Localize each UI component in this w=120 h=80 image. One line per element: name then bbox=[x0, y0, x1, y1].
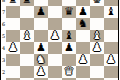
piece-white-pawn[interactable]: ♟ bbox=[8, 42, 18, 54]
square-a6[interactable] bbox=[6, 18, 20, 30]
piece-white-queen[interactable]: ♛ bbox=[64, 66, 74, 78]
square-a7[interactable] bbox=[6, 6, 20, 18]
square-g3[interactable] bbox=[90, 54, 104, 66]
square-h1[interactable] bbox=[104, 78, 118, 80]
square-b1[interactable] bbox=[20, 78, 34, 80]
piece-white-bishop[interactable]: ♝ bbox=[22, 30, 32, 42]
piece-white-pawn[interactable]: ♟ bbox=[106, 54, 116, 66]
piece-black-pawn[interactable]: ♟ bbox=[36, 6, 46, 18]
square-f2[interactable] bbox=[76, 66, 90, 78]
square-a1[interactable] bbox=[6, 78, 20, 80]
square-d1[interactable] bbox=[48, 78, 62, 80]
piece-black-pawn[interactable]: ♟ bbox=[64, 42, 74, 54]
piece-white-pawn[interactable]: ♟ bbox=[78, 54, 88, 66]
square-c7[interactable]: ♟ bbox=[34, 6, 48, 18]
square-b2[interactable] bbox=[20, 66, 34, 78]
chess-board: ♜♜♚♟♛♟♝♞♝♟♝♝♟♟♟♟♞♟♟♟♛ bbox=[6, 0, 119, 80]
square-h2[interactable] bbox=[104, 66, 118, 78]
piece-white-pawn[interactable]: ♟ bbox=[92, 42, 102, 54]
square-b7[interactable] bbox=[20, 6, 34, 18]
square-d4[interactable] bbox=[48, 42, 62, 54]
square-g4[interactable]: ♟ bbox=[90, 42, 104, 54]
square-e4[interactable]: ♟ bbox=[62, 42, 76, 54]
square-d5[interactable]: ♟ bbox=[48, 30, 62, 42]
square-c2[interactable]: ♟ bbox=[34, 66, 48, 78]
chess-diagram: 87654321 ♜♜♚♟♛♟♝♞♝♟♝♝♟♟♟♟♞♟♟♟♛ bbox=[0, 0, 120, 80]
square-b5[interactable]: ♝ bbox=[20, 30, 34, 42]
square-d2[interactable] bbox=[48, 66, 62, 78]
square-f5[interactable] bbox=[76, 30, 90, 42]
square-a4[interactable]: ♟ bbox=[6, 42, 20, 54]
square-e2[interactable]: ♛ bbox=[62, 66, 76, 78]
square-b3[interactable] bbox=[20, 54, 34, 66]
piece-black-knight[interactable]: ♞ bbox=[78, 18, 88, 30]
square-f3[interactable]: ♟ bbox=[76, 54, 90, 66]
square-c6[interactable] bbox=[34, 18, 48, 30]
square-a2[interactable] bbox=[6, 66, 20, 78]
square-f6[interactable]: ♞ bbox=[76, 18, 90, 30]
piece-black-queen[interactable]: ♛ bbox=[64, 6, 74, 18]
square-e1[interactable] bbox=[62, 78, 76, 80]
square-a3[interactable] bbox=[6, 54, 20, 66]
square-f1[interactable] bbox=[76, 78, 90, 80]
square-b4[interactable] bbox=[20, 42, 34, 54]
square-h7[interactable]: ♝ bbox=[104, 6, 118, 18]
square-c1[interactable] bbox=[34, 78, 48, 80]
square-h3[interactable]: ♟ bbox=[104, 54, 118, 66]
piece-white-pawn[interactable]: ♟ bbox=[36, 66, 46, 78]
square-g2[interactable] bbox=[90, 66, 104, 78]
square-d7[interactable] bbox=[48, 6, 62, 18]
square-g7[interactable] bbox=[90, 6, 104, 18]
square-h6[interactable] bbox=[104, 18, 118, 30]
square-g1[interactable] bbox=[90, 78, 104, 80]
piece-white-pawn[interactable]: ♟ bbox=[50, 30, 60, 42]
square-d3[interactable] bbox=[48, 54, 62, 66]
piece-black-bishop[interactable]: ♝ bbox=[106, 6, 116, 18]
square-h5[interactable] bbox=[104, 30, 118, 42]
square-e7[interactable]: ♛ bbox=[62, 6, 76, 18]
